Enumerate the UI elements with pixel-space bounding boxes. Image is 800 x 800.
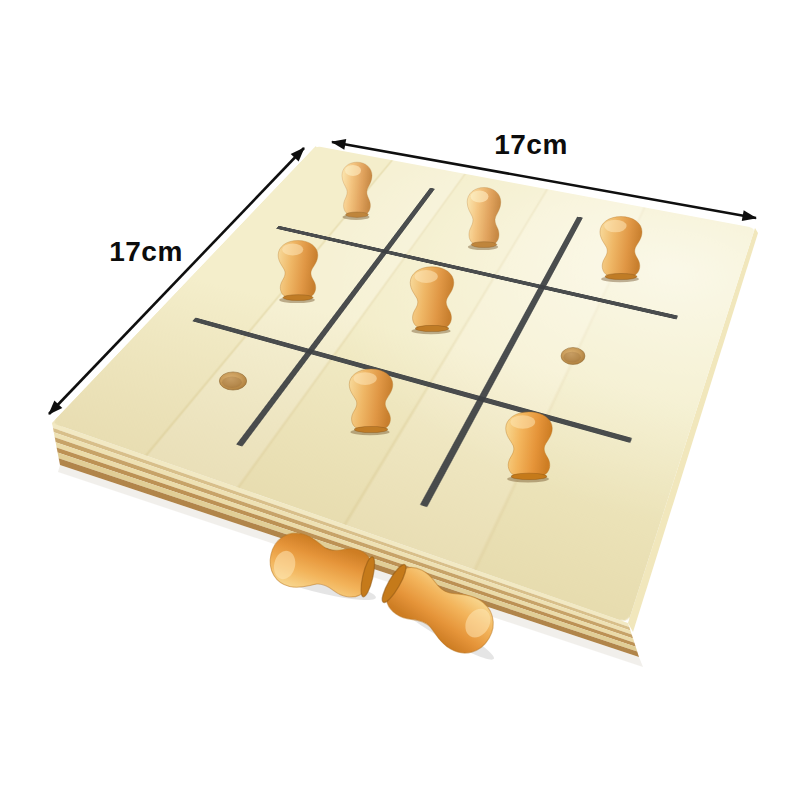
hole-r2c3[interactable] bbox=[561, 347, 585, 364]
product-photo-stage: 17cm 17cm bbox=[0, 0, 800, 800]
peg-r1c2[interactable] bbox=[467, 188, 501, 248]
peg-r2c2[interactable] bbox=[410, 267, 454, 332]
peg-off-board-2[interactable] bbox=[375, 556, 503, 663]
hole-r3c1[interactable] bbox=[219, 372, 246, 390]
peg-r3c3[interactable] bbox=[506, 412, 553, 480]
pieces-layer bbox=[0, 0, 800, 800]
peg-r2c1[interactable] bbox=[278, 241, 318, 301]
peg-r1c3[interactable] bbox=[600, 217, 642, 280]
peg-r3c2[interactable] bbox=[349, 369, 393, 433]
peg-r1c1[interactable] bbox=[342, 162, 372, 217]
